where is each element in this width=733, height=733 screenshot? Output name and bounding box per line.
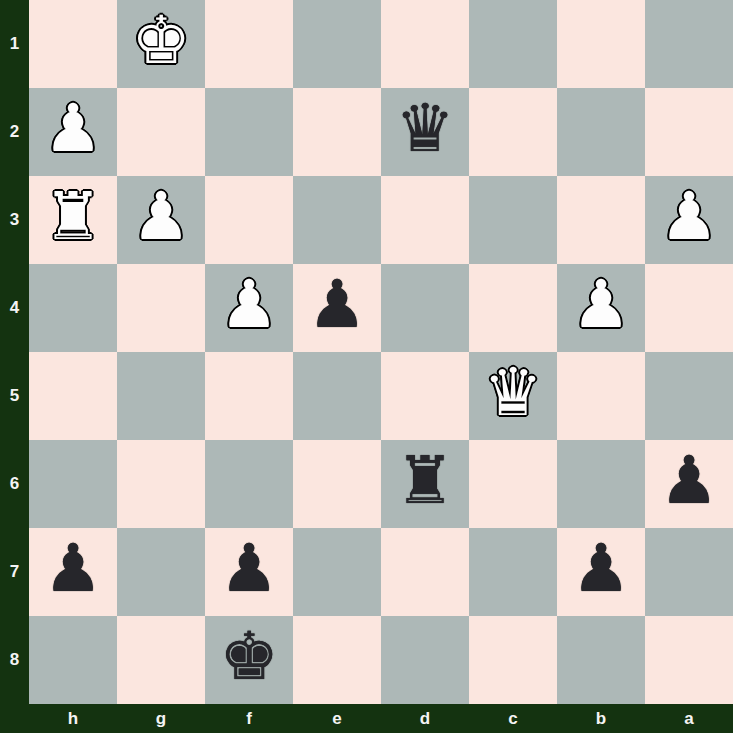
square-c2[interactable] [469, 88, 557, 176]
file-label-e: e [293, 704, 381, 733]
square-g5[interactable] [117, 352, 205, 440]
square-d7[interactable] [381, 528, 469, 616]
square-d5[interactable] [381, 352, 469, 440]
square-e2[interactable] [293, 88, 381, 176]
square-e1[interactable] [293, 0, 381, 88]
square-a1[interactable] [645, 0, 733, 88]
square-d6[interactable]: ♜ [381, 440, 469, 528]
file-label-a: a [645, 704, 733, 733]
square-f8[interactable]: ♚ [205, 616, 293, 704]
square-h2[interactable]: ♟ [29, 88, 117, 176]
square-d4[interactable] [381, 264, 469, 352]
square-f1[interactable] [205, 0, 293, 88]
rank-label-2: 2 [0, 88, 29, 176]
piece-black-king[interactable]: ♚ [219, 616, 278, 701]
square-c6[interactable] [469, 440, 557, 528]
square-e7[interactable] [293, 528, 381, 616]
piece-white-pawn[interactable]: ♟ [43, 88, 102, 173]
piece-white-pawn[interactable]: ♟ [219, 264, 278, 349]
square-b6[interactable] [557, 440, 645, 528]
square-g2[interactable] [117, 88, 205, 176]
square-h8[interactable] [29, 616, 117, 704]
rank-label-8: 8 [0, 616, 29, 704]
square-f2[interactable] [205, 88, 293, 176]
piece-white-king[interactable]: ♚ [131, 0, 190, 85]
square-h5[interactable] [29, 352, 117, 440]
square-h4[interactable] [29, 264, 117, 352]
square-c7[interactable] [469, 528, 557, 616]
piece-white-pawn[interactable]: ♟ [659, 176, 718, 261]
square-b5[interactable] [557, 352, 645, 440]
square-d3[interactable] [381, 176, 469, 264]
square-g1[interactable]: ♚ [117, 0, 205, 88]
piece-black-pawn[interactable]: ♟ [219, 528, 278, 613]
square-f6[interactable] [205, 440, 293, 528]
square-g8[interactable] [117, 616, 205, 704]
square-e6[interactable] [293, 440, 381, 528]
square-c1[interactable] [469, 0, 557, 88]
square-a3[interactable]: ♟ [645, 176, 733, 264]
square-h6[interactable] [29, 440, 117, 528]
piece-black-rook[interactable]: ♜ [395, 440, 454, 525]
square-d8[interactable] [381, 616, 469, 704]
square-g7[interactable] [117, 528, 205, 616]
piece-black-queen[interactable]: ♛ [395, 88, 454, 173]
square-e3[interactable] [293, 176, 381, 264]
rank-label-6: 6 [0, 440, 29, 528]
square-h1[interactable] [29, 0, 117, 88]
frame-corner [0, 704, 29, 733]
square-h7[interactable]: ♟ [29, 528, 117, 616]
square-b2[interactable] [557, 88, 645, 176]
square-b1[interactable] [557, 0, 645, 88]
square-f4[interactable]: ♟ [205, 264, 293, 352]
square-a4[interactable] [645, 264, 733, 352]
square-f5[interactable] [205, 352, 293, 440]
piece-white-pawn[interactable]: ♟ [571, 264, 630, 349]
square-a2[interactable] [645, 88, 733, 176]
rank-label-5: 5 [0, 352, 29, 440]
square-c3[interactable] [469, 176, 557, 264]
square-f3[interactable] [205, 176, 293, 264]
file-label-c: c [469, 704, 557, 733]
piece-black-pawn[interactable]: ♟ [307, 264, 366, 349]
square-a5[interactable] [645, 352, 733, 440]
square-d2[interactable]: ♛ [381, 88, 469, 176]
square-e5[interactable] [293, 352, 381, 440]
rank-label-7: 7 [0, 528, 29, 616]
square-a8[interactable] [645, 616, 733, 704]
square-b7[interactable]: ♟ [557, 528, 645, 616]
square-b8[interactable] [557, 616, 645, 704]
square-a6[interactable]: ♟ [645, 440, 733, 528]
file-label-b: b [557, 704, 645, 733]
square-f7[interactable]: ♟ [205, 528, 293, 616]
piece-black-pawn[interactable]: ♟ [571, 528, 630, 613]
chessboard: 1♚2♟♛3♜♟♟4♟♟♟5♛6♜♟7♟♟♟8♚hgfedcba [0, 0, 733, 733]
file-label-d: d [381, 704, 469, 733]
piece-white-rook[interactable]: ♜ [43, 176, 102, 261]
square-d1[interactable] [381, 0, 469, 88]
file-label-h: h [29, 704, 117, 733]
square-c8[interactable] [469, 616, 557, 704]
square-b4[interactable]: ♟ [557, 264, 645, 352]
rank-label-3: 3 [0, 176, 29, 264]
square-g4[interactable] [117, 264, 205, 352]
file-label-g: g [117, 704, 205, 733]
square-b3[interactable] [557, 176, 645, 264]
square-g3[interactable]: ♟ [117, 176, 205, 264]
file-label-f: f [205, 704, 293, 733]
chess-app: 1♚2♟♛3♜♟♟4♟♟♟5♛6♜♟7♟♟♟8♚hgfedcba [0, 0, 733, 733]
piece-black-pawn[interactable]: ♟ [43, 528, 102, 613]
square-h3[interactable]: ♜ [29, 176, 117, 264]
piece-black-pawn[interactable]: ♟ [659, 440, 718, 525]
rank-label-1: 1 [0, 0, 29, 88]
square-e8[interactable] [293, 616, 381, 704]
piece-white-pawn[interactable]: ♟ [131, 176, 190, 261]
rank-label-4: 4 [0, 264, 29, 352]
piece-white-queen[interactable]: ♛ [483, 352, 542, 437]
square-e4[interactable]: ♟ [293, 264, 381, 352]
square-c4[interactable] [469, 264, 557, 352]
square-c5[interactable]: ♛ [469, 352, 557, 440]
square-g6[interactable] [117, 440, 205, 528]
square-a7[interactable] [645, 528, 733, 616]
